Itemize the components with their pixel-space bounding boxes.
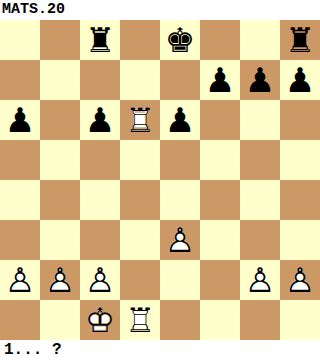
square-h1[interactable] [280,300,320,340]
square-g7[interactable]: ♟ [240,60,280,100]
square-f4[interactable] [200,180,240,220]
black-pawn: ♟ [280,60,320,100]
square-b3[interactable] [40,220,80,260]
square-c1[interactable]: ♚♔ [80,300,120,340]
square-c2[interactable]: ♟♙ [80,260,120,300]
square-b2[interactable]: ♟♙ [40,260,80,300]
square-c3[interactable] [80,220,120,260]
square-g2[interactable]: ♟♙ [240,260,280,300]
white-pawn: ♟♙ [240,260,280,300]
chess-board: ♜♚♜♟♟♟♟♟♜♖♟♟♙♟♙♟♙♟♙♟♙♟♙♚♔♜♖ [0,20,320,340]
square-a8[interactable] [0,20,40,60]
square-a3[interactable] [0,220,40,260]
square-h6[interactable] [280,100,320,140]
square-d4[interactable] [120,180,160,220]
square-h2[interactable]: ♟♙ [280,260,320,300]
square-d2[interactable] [120,260,160,300]
square-a4[interactable] [0,180,40,220]
black-pawn: ♟ [160,100,200,140]
square-d8[interactable] [120,20,160,60]
square-a1[interactable] [0,300,40,340]
square-f6[interactable] [200,100,240,140]
square-d6[interactable]: ♜♖ [120,100,160,140]
white-pawn: ♟♙ [160,220,200,260]
square-d7[interactable] [120,60,160,100]
square-h5[interactable] [280,140,320,180]
square-f1[interactable] [200,300,240,340]
square-a7[interactable] [0,60,40,100]
square-d3[interactable] [120,220,160,260]
square-f7[interactable]: ♟ [200,60,240,100]
black-king: ♚ [160,20,200,60]
square-c5[interactable] [80,140,120,180]
square-a6[interactable]: ♟ [0,100,40,140]
square-c8[interactable]: ♜ [80,20,120,60]
square-e3[interactable]: ♟♙ [160,220,200,260]
black-pawn: ♟ [80,100,120,140]
square-e1[interactable] [160,300,200,340]
square-e8[interactable]: ♚ [160,20,200,60]
black-pawn: ♟ [240,60,280,100]
square-b7[interactable] [40,60,80,100]
square-b6[interactable] [40,100,80,140]
white-pawn: ♟♙ [0,260,40,300]
square-a2[interactable]: ♟♙ [0,260,40,300]
square-h7[interactable]: ♟ [280,60,320,100]
square-c7[interactable] [80,60,120,100]
black-rook: ♜ [280,20,320,60]
square-h8[interactable]: ♜ [280,20,320,60]
square-g6[interactable] [240,100,280,140]
square-f3[interactable] [200,220,240,260]
black-pawn: ♟ [0,100,40,140]
square-h4[interactable] [280,180,320,220]
square-b5[interactable] [40,140,80,180]
square-e7[interactable] [160,60,200,100]
puzzle-title: MATS.20 [0,0,320,20]
black-pawn: ♟ [200,60,240,100]
square-e4[interactable] [160,180,200,220]
white-rook: ♜♖ [120,300,160,340]
square-b8[interactable] [40,20,80,60]
square-e2[interactable] [160,260,200,300]
move-prompt: 1... ? [0,340,320,360]
white-pawn: ♟♙ [280,260,320,300]
square-d5[interactable] [120,140,160,180]
square-f2[interactable] [200,260,240,300]
square-f5[interactable] [200,140,240,180]
black-rook: ♜ [80,20,120,60]
square-g5[interactable] [240,140,280,180]
chess-puzzle-page: MATS.20 ♜♚♜♟♟♟♟♟♜♖♟♟♙♟♙♟♙♟♙♟♙♟♙♚♔♜♖ 1...… [0,0,320,360]
square-g8[interactable] [240,20,280,60]
white-pawn: ♟♙ [80,260,120,300]
square-a5[interactable] [0,140,40,180]
square-d1[interactable]: ♜♖ [120,300,160,340]
square-h3[interactable] [280,220,320,260]
square-g3[interactable] [240,220,280,260]
square-c4[interactable] [80,180,120,220]
white-pawn: ♟♙ [40,260,80,300]
square-g1[interactable] [240,300,280,340]
square-b1[interactable] [40,300,80,340]
white-rook: ♜♖ [120,100,160,140]
square-g4[interactable] [240,180,280,220]
square-b4[interactable] [40,180,80,220]
square-e5[interactable] [160,140,200,180]
square-e6[interactable]: ♟ [160,100,200,140]
square-f8[interactable] [200,20,240,60]
white-king: ♚♔ [80,300,120,340]
square-c6[interactable]: ♟ [80,100,120,140]
